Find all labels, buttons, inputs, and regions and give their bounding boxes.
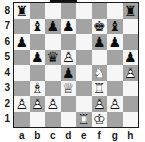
square-e5[interactable] bbox=[76, 50, 92, 66]
rank-labels: 87654321 bbox=[0, 2, 13, 128]
file-label-h: h bbox=[123, 131, 139, 142]
rank-label-2: 2 bbox=[0, 96, 13, 112]
piece-outline-layer: ♙ bbox=[14, 96, 30, 112]
white-pawn-piece[interactable]: ♟♙ bbox=[123, 65, 139, 81]
rank-label-5: 5 bbox=[0, 50, 13, 66]
rank-label-3: 3 bbox=[0, 81, 13, 97]
square-b8[interactable] bbox=[30, 3, 46, 19]
square-d5[interactable]: ♟♙ bbox=[61, 50, 77, 66]
square-c3[interactable] bbox=[45, 81, 61, 97]
white-rook-piece[interactable]: ♜♖ bbox=[76, 112, 92, 128]
square-e4[interactable] bbox=[76, 65, 92, 81]
square-g7[interactable]: ♝ bbox=[107, 19, 123, 35]
white-pawn-piece[interactable]: ♟♙ bbox=[30, 96, 46, 112]
square-f3[interactable]: ♜♖ bbox=[92, 81, 108, 97]
file-label-g: g bbox=[107, 131, 123, 142]
piece-outline-layer: ♕ bbox=[61, 81, 77, 97]
square-h3[interactable] bbox=[123, 81, 139, 97]
black-rook-piece[interactable]: ♜ bbox=[14, 3, 30, 19]
white-queen-piece[interactable]: ♛♕ bbox=[61, 81, 77, 97]
piece-outline-layer: ♘ bbox=[92, 65, 108, 81]
square-g2[interactable]: ♟♙ bbox=[107, 96, 123, 112]
piece-outline-layer: ♖ bbox=[76, 112, 92, 128]
square-a3[interactable] bbox=[14, 81, 30, 97]
white-pawn-piece[interactable]: ♟♙ bbox=[14, 96, 30, 112]
square-h7[interactable] bbox=[123, 19, 139, 35]
square-b6[interactable] bbox=[30, 34, 46, 50]
black-pawn-piece[interactable]: ♟ bbox=[92, 34, 108, 50]
black-pawn-piece[interactable]: ♟ bbox=[61, 65, 77, 81]
square-c4[interactable] bbox=[45, 65, 61, 81]
square-a4[interactable] bbox=[14, 65, 30, 81]
black-pawn-piece[interactable]: ♟ bbox=[61, 19, 77, 35]
square-b1[interactable] bbox=[30, 112, 46, 128]
black-pawn-piece[interactable]: ♟ bbox=[14, 34, 30, 50]
black-bishop-piece[interactable]: ♝ bbox=[107, 19, 123, 35]
square-a7[interactable] bbox=[14, 19, 30, 35]
square-b2[interactable]: ♟♙ bbox=[30, 96, 46, 112]
black-pawn-piece[interactable]: ♟ bbox=[45, 19, 61, 35]
file-label-a: a bbox=[14, 131, 30, 142]
square-f8[interactable] bbox=[92, 3, 108, 19]
white-knight-piece[interactable]: ♞♘ bbox=[92, 65, 108, 81]
square-h4[interactable]: ♟♙ bbox=[123, 65, 139, 81]
white-rook-piece[interactable]: ♜♖ bbox=[92, 81, 108, 97]
square-e6[interactable] bbox=[76, 34, 92, 50]
black-pawn-piece[interactable]: ♟ bbox=[123, 50, 139, 66]
black-bishop-piece[interactable]: ♝ bbox=[30, 19, 46, 35]
piece-outline-layer: ♔ bbox=[92, 112, 108, 128]
piece-outline-layer: ♙ bbox=[45, 96, 61, 112]
file-label-b: b bbox=[30, 131, 46, 142]
black-rook-piece[interactable]: ♜ bbox=[123, 3, 139, 19]
rank-label-6: 6 bbox=[0, 34, 13, 50]
square-f4[interactable]: ♞♘ bbox=[92, 65, 108, 81]
white-pawn-piece[interactable]: ♟♙ bbox=[45, 96, 61, 112]
square-f5[interactable] bbox=[92, 50, 108, 66]
white-pawn-piece[interactable]: ♟♙ bbox=[92, 96, 108, 112]
square-g4[interactable] bbox=[107, 65, 123, 81]
square-a1[interactable] bbox=[14, 112, 30, 128]
square-b5[interactable]: ♟ bbox=[30, 50, 46, 66]
chess-board: ♜♜♝♟♟♚♝♟♟♟♟♛♟♙♟♟♞♘♟♙♝♗♛♕♜♖♟♙♟♙♟♙♟♙♟♙♜♖♚♔ bbox=[13, 2, 139, 128]
white-pawn-piece[interactable]: ♟♙ bbox=[61, 50, 77, 66]
white-king-piece[interactable]: ♚♔ bbox=[92, 112, 108, 128]
black-queen-piece[interactable]: ♛ bbox=[45, 50, 61, 66]
piece-outline-layer: ♙ bbox=[30, 96, 46, 112]
square-e7[interactable] bbox=[76, 19, 92, 35]
square-d8[interactable] bbox=[61, 3, 77, 19]
square-d1[interactable] bbox=[61, 112, 77, 128]
square-h2[interactable] bbox=[123, 96, 139, 112]
white-pawn-piece[interactable]: ♟♙ bbox=[107, 96, 123, 112]
square-g5[interactable] bbox=[107, 50, 123, 66]
square-g8[interactable] bbox=[107, 3, 123, 19]
square-c1[interactable] bbox=[45, 112, 61, 128]
board-with-rank-labels: 87654321 ♜♜♝♟♟♚♝♟♟♟♟♛♟♙♟♟♞♘♟♙♝♗♛♕♜♖♟♙♟♙♟… bbox=[0, 2, 139, 128]
rank-label-7: 7 bbox=[0, 19, 13, 35]
square-h1[interactable] bbox=[123, 112, 139, 128]
square-c2[interactable]: ♟♙ bbox=[45, 96, 61, 112]
piece-outline-layer: ♖ bbox=[92, 81, 108, 97]
square-d7[interactable]: ♟ bbox=[61, 19, 77, 35]
square-c6[interactable] bbox=[45, 34, 61, 50]
square-f6[interactable]: ♟ bbox=[92, 34, 108, 50]
square-d2[interactable] bbox=[61, 96, 77, 112]
square-c7[interactable]: ♟ bbox=[45, 19, 61, 35]
square-e2[interactable] bbox=[76, 96, 92, 112]
square-d4[interactable]: ♟ bbox=[61, 65, 77, 81]
square-a2[interactable]: ♟♙ bbox=[14, 96, 30, 112]
square-f2[interactable]: ♟♙ bbox=[92, 96, 108, 112]
chess-diagram: 87654321 ♜♜♝♟♟♚♝♟♟♟♟♛♟♙♟♟♞♘♟♙♝♗♛♕♜♖♟♙♟♙♟… bbox=[0, 0, 145, 142]
square-d3[interactable]: ♛♕ bbox=[61, 81, 77, 97]
square-g6[interactable]: ♟ bbox=[107, 34, 123, 50]
piece-outline-layer: ♙ bbox=[92, 96, 108, 112]
square-b4[interactable] bbox=[30, 65, 46, 81]
piece-outline-layer: ♗ bbox=[30, 81, 46, 97]
file-label-e: e bbox=[76, 131, 92, 142]
square-e3[interactable] bbox=[76, 81, 92, 97]
black-king-piece[interactable]: ♚ bbox=[92, 19, 108, 35]
square-a8[interactable]: ♜ bbox=[14, 3, 30, 19]
square-c8[interactable] bbox=[45, 3, 61, 19]
rank-label-8: 8 bbox=[0, 3, 13, 19]
square-h6[interactable] bbox=[123, 34, 139, 50]
square-f1[interactable]: ♚♔ bbox=[92, 112, 108, 128]
square-e1[interactable]: ♜♖ bbox=[76, 112, 92, 128]
rank-label-1: 1 bbox=[0, 112, 13, 128]
square-b7[interactable]: ♝ bbox=[30, 19, 46, 35]
rank-label-4: 4 bbox=[0, 65, 13, 81]
black-pawn-piece[interactable]: ♟ bbox=[107, 34, 123, 50]
black-pawn-piece[interactable]: ♟ bbox=[30, 50, 46, 66]
square-h5[interactable]: ♟ bbox=[123, 50, 139, 66]
square-d6[interactable] bbox=[61, 34, 77, 50]
square-h8[interactable]: ♜ bbox=[123, 3, 139, 19]
square-a6[interactable]: ♟ bbox=[14, 34, 30, 50]
piece-outline-layer: ♙ bbox=[61, 50, 77, 66]
file-labels: abcdefgh bbox=[14, 131, 138, 142]
file-label-c: c bbox=[45, 131, 61, 142]
file-label-d: d bbox=[61, 131, 77, 142]
square-a5[interactable] bbox=[14, 50, 30, 66]
piece-outline-layer: ♙ bbox=[107, 96, 123, 112]
square-g3[interactable] bbox=[107, 81, 123, 97]
white-bishop-piece[interactable]: ♝♗ bbox=[30, 81, 46, 97]
square-b3[interactable]: ♝♗ bbox=[30, 81, 46, 97]
piece-outline-layer: ♙ bbox=[123, 65, 139, 81]
square-c5[interactable]: ♛ bbox=[45, 50, 61, 66]
square-g1[interactable] bbox=[107, 112, 123, 128]
file-label-f: f bbox=[92, 131, 108, 142]
square-f7[interactable]: ♚ bbox=[92, 19, 108, 35]
square-e8[interactable] bbox=[76, 3, 92, 19]
